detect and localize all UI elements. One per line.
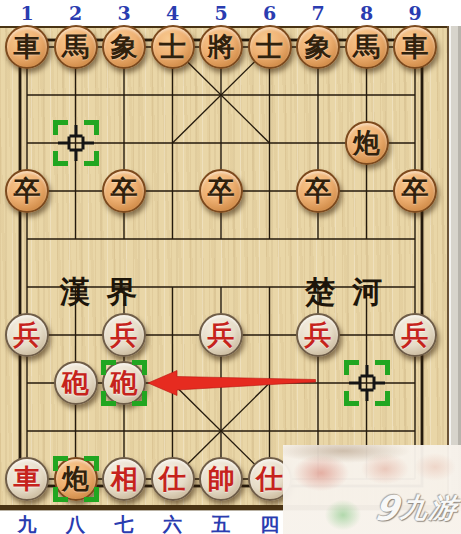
piece-black-馬-c8r0[interactable]: 馬: [345, 25, 389, 69]
piece-character: 炮: [353, 123, 380, 163]
piece-red-砲-c3r7[interactable]: 砲: [102, 361, 146, 405]
piece-character: 炮: [62, 459, 89, 499]
piece-character: 車: [14, 27, 41, 67]
file-label-bottom-5: 五: [208, 513, 234, 534]
piece-character: 砲: [111, 363, 138, 403]
piece-red-相-c3r9[interactable]: 相: [102, 457, 146, 501]
watermark-blur-overlay: 9九游: [283, 445, 461, 534]
xiangqi-app: 123456789 漢界 楚河 車馬象士將士象馬車炮卒卒卒卒卒兵兵兵兵兵砲砲車炮…: [0, 0, 461, 534]
piece-character: 士: [159, 27, 186, 67]
watermark-logo-text: 九游: [399, 492, 461, 523]
piece-character: 仕: [159, 459, 186, 499]
watermark-logo: 9九游: [373, 488, 461, 528]
file-label-top-3: 3: [111, 2, 137, 24]
file-label-top-9: 9: [402, 2, 428, 24]
piece-red-車-c1r9[interactable]: 車: [5, 457, 49, 501]
piece-black-將-c5r0[interactable]: 將: [199, 25, 243, 69]
xiangqi-board[interactable]: 漢界 楚河 車馬象士將士象馬車炮卒卒卒卒卒兵兵兵兵兵砲砲車炮相仕帥仕: [0, 26, 447, 510]
piece-character: 相: [111, 459, 138, 499]
piece-red-兵-c9r6[interactable]: 兵: [393, 313, 437, 357]
piece-character: 兵: [111, 315, 138, 355]
piece-red-兵-c1r6[interactable]: 兵: [5, 313, 49, 357]
piece-black-車-c9r0[interactable]: 車: [393, 25, 437, 69]
piece-black-馬-c2r0[interactable]: 馬: [54, 25, 98, 69]
river-label-left: 漢界: [60, 272, 154, 308]
file-label-top-4: 4: [160, 2, 186, 24]
piece-character: 車: [14, 459, 41, 499]
piece-character: 象: [111, 27, 138, 67]
piece-character: 馬: [353, 27, 380, 67]
piece-black-士-c6r0[interactable]: 士: [248, 25, 292, 69]
piece-red-仕-c4r9[interactable]: 仕: [151, 457, 195, 501]
river-label-right: 楚河: [305, 272, 399, 308]
piece-character: 卒: [402, 171, 429, 211]
piece-character: 帥: [208, 459, 235, 499]
piece-character: 卒: [305, 171, 332, 211]
piece-black-炮-c8r2[interactable]: 炮: [345, 121, 389, 165]
piece-character: 卒: [14, 171, 41, 211]
piece-red-帥-c5r9[interactable]: 帥: [199, 457, 243, 501]
file-label-top-5: 5: [208, 2, 234, 24]
piece-black-車-c1r0[interactable]: 車: [5, 25, 49, 69]
file-label-bottom-4: 六: [160, 513, 186, 534]
file-label-top-6: 6: [257, 2, 283, 24]
piece-black-卒-c7r3[interactable]: 卒: [296, 169, 340, 213]
file-label-top-7: 7: [305, 2, 331, 24]
piece-black-卒-c5r3[interactable]: 卒: [199, 169, 243, 213]
piece-character: 兵: [402, 315, 429, 355]
file-label-bottom-3: 七: [111, 513, 137, 534]
piece-character: 砲: [62, 363, 89, 403]
board-grid-lines: [0, 28, 447, 512]
file-label-bottom-1: 九: [14, 513, 40, 534]
piece-character: 兵: [208, 315, 235, 355]
file-label-top-8: 8: [354, 2, 380, 24]
piece-black-象-c3r0[interactable]: 象: [102, 25, 146, 69]
piece-character: 卒: [111, 171, 138, 211]
piece-character: 卒: [208, 171, 235, 211]
piece-character: 象: [305, 27, 332, 67]
watermark-logo-glyph: 9: [373, 488, 402, 528]
file-label-top-1: 1: [14, 2, 40, 24]
window-edge-strip: [447, 26, 461, 510]
piece-red-兵-c7r6[interactable]: 兵: [296, 313, 340, 357]
piece-black-象-c7r0[interactable]: 象: [296, 25, 340, 69]
piece-character: 仕: [256, 459, 283, 499]
piece-character: 馬: [62, 27, 89, 67]
piece-character: 兵: [305, 315, 332, 355]
piece-black-炮-c2r9[interactable]: 炮: [54, 457, 98, 501]
file-label-bottom-2: 八: [63, 513, 89, 534]
piece-black-卒-c1r3[interactable]: 卒: [5, 169, 49, 213]
piece-red-兵-c5r6[interactable]: 兵: [199, 313, 243, 357]
piece-character: 車: [402, 27, 429, 67]
file-label-top-2: 2: [63, 2, 89, 24]
piece-red-砲-c2r7[interactable]: 砲: [54, 361, 98, 405]
file-label-bottom-6: 四: [257, 513, 283, 534]
top-coordinate-strip: 123456789: [0, 0, 461, 26]
piece-character: 將: [208, 27, 235, 67]
piece-black-卒-c3r3[interactable]: 卒: [102, 169, 146, 213]
piece-character: 兵: [14, 315, 41, 355]
piece-character: 士: [256, 27, 283, 67]
piece-black-卒-c9r3[interactable]: 卒: [393, 169, 437, 213]
piece-black-士-c4r0[interactable]: 士: [151, 25, 195, 69]
piece-red-兵-c3r6[interactable]: 兵: [102, 313, 146, 357]
